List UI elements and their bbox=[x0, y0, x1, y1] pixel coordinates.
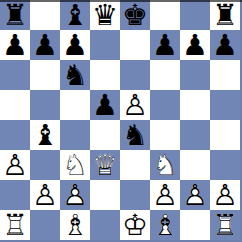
piece-black-pawn[interactable]: ♟ bbox=[60, 30, 90, 60]
square-d8[interactable]: ♛ bbox=[90, 0, 120, 30]
square-d3[interactable]: ♛♕ bbox=[90, 150, 120, 180]
piece-black-knight[interactable]: ♞ bbox=[120, 120, 150, 150]
piece-black-queen[interactable]: ♛ bbox=[90, 0, 120, 30]
square-c5[interactable] bbox=[60, 90, 90, 120]
square-f1[interactable]: ♝♗ bbox=[150, 210, 180, 240]
square-e5[interactable]: ♟♙ bbox=[120, 90, 150, 120]
square-e3[interactable] bbox=[120, 150, 150, 180]
piece-black-pawn[interactable]: ♟ bbox=[180, 30, 210, 60]
piece-black-rook[interactable]: ♜ bbox=[0, 0, 30, 30]
square-b3[interactable] bbox=[30, 150, 60, 180]
square-e2[interactable] bbox=[120, 180, 150, 210]
square-g6[interactable] bbox=[180, 60, 210, 90]
piece-white-pawn[interactable]: ♙ bbox=[180, 180, 210, 210]
square-a8[interactable]: ♜ bbox=[0, 0, 30, 30]
piece-black-pawn[interactable]: ♟ bbox=[0, 30, 30, 60]
square-h3[interactable] bbox=[210, 150, 240, 180]
piece-white-knight[interactable]: ♘ bbox=[150, 150, 180, 180]
square-b5[interactable] bbox=[30, 90, 60, 120]
piece-white-knight[interactable]: ♘ bbox=[60, 150, 90, 180]
square-b8[interactable] bbox=[30, 0, 60, 30]
square-h7[interactable]: ♟ bbox=[210, 30, 240, 60]
square-d4[interactable] bbox=[90, 120, 120, 150]
square-e7[interactable] bbox=[120, 30, 150, 60]
square-d6[interactable] bbox=[90, 60, 120, 90]
square-h4[interactable] bbox=[210, 120, 240, 150]
square-a3[interactable]: ♟♙ bbox=[0, 150, 30, 180]
square-g1[interactable] bbox=[180, 210, 210, 240]
piece-white-bishop[interactable]: ♗ bbox=[60, 210, 90, 240]
square-g2[interactable]: ♟♙ bbox=[180, 180, 210, 210]
square-e6[interactable] bbox=[120, 60, 150, 90]
piece-white-bishop[interactable]: ♗ bbox=[150, 210, 180, 240]
square-h1[interactable]: ♜♖ bbox=[210, 210, 240, 240]
square-h5[interactable] bbox=[210, 90, 240, 120]
square-e8[interactable]: ♚ bbox=[120, 0, 150, 30]
square-c7[interactable]: ♟ bbox=[60, 30, 90, 60]
square-d1[interactable] bbox=[90, 210, 120, 240]
square-f8[interactable] bbox=[150, 0, 180, 30]
piece-white-pawn[interactable]: ♙ bbox=[0, 150, 30, 180]
square-e4[interactable]: ♞ bbox=[120, 120, 150, 150]
square-a5[interactable] bbox=[0, 90, 30, 120]
square-f5[interactable] bbox=[150, 90, 180, 120]
piece-black-bishop[interactable]: ♝ bbox=[60, 0, 90, 30]
square-h6[interactable] bbox=[210, 60, 240, 90]
square-b1[interactable] bbox=[30, 210, 60, 240]
square-g5[interactable] bbox=[180, 90, 210, 120]
piece-black-knight[interactable]: ♞ bbox=[60, 60, 90, 90]
square-g3[interactable] bbox=[180, 150, 210, 180]
square-b7[interactable]: ♟ bbox=[30, 30, 60, 60]
piece-white-rook[interactable]: ♖ bbox=[0, 210, 30, 240]
piece-white-rook[interactable]: ♖ bbox=[210, 210, 240, 240]
square-f2[interactable]: ♟♙ bbox=[150, 180, 180, 210]
piece-black-pawn[interactable]: ♟ bbox=[210, 30, 240, 60]
square-a7[interactable]: ♟ bbox=[0, 30, 30, 60]
piece-white-pawn[interactable]: ♙ bbox=[30, 180, 60, 210]
square-f7[interactable]: ♟ bbox=[150, 30, 180, 60]
square-h2[interactable]: ♟♙ bbox=[210, 180, 240, 210]
square-d2[interactable] bbox=[90, 180, 120, 210]
square-c1[interactable]: ♝♗ bbox=[60, 210, 90, 240]
square-c8[interactable]: ♝ bbox=[60, 0, 90, 30]
square-a1[interactable]: ♜♖ bbox=[0, 210, 30, 240]
square-f4[interactable] bbox=[150, 120, 180, 150]
piece-white-pawn[interactable]: ♙ bbox=[210, 180, 240, 210]
square-a6[interactable] bbox=[0, 60, 30, 90]
piece-white-pawn[interactable]: ♙ bbox=[120, 90, 150, 120]
square-b6[interactable] bbox=[30, 60, 60, 90]
square-e1[interactable]: ♚♔ bbox=[120, 210, 150, 240]
square-f3[interactable]: ♞♘ bbox=[150, 150, 180, 180]
board-grid: ♜♝♛♚♜♟♟♟♟♟♟♞♟♟♙♝♞♟♙♞♘♛♕♞♘♟♙♟♙♟♙♟♙♟♙♜♖♝♗♚… bbox=[0, 0, 240, 240]
square-c6[interactable]: ♞ bbox=[60, 60, 90, 90]
board-top-border bbox=[0, 0, 242, 2]
square-d5[interactable]: ♟ bbox=[90, 90, 120, 120]
square-b2[interactable]: ♟♙ bbox=[30, 180, 60, 210]
piece-white-queen[interactable]: ♕ bbox=[90, 150, 120, 180]
square-g8[interactable] bbox=[180, 0, 210, 30]
piece-black-pawn[interactable]: ♟ bbox=[150, 30, 180, 60]
square-f6[interactable] bbox=[150, 60, 180, 90]
piece-white-king[interactable]: ♔ bbox=[120, 210, 150, 240]
square-a4[interactable] bbox=[0, 120, 30, 150]
square-c2[interactable]: ♟♙ bbox=[60, 180, 90, 210]
piece-white-pawn[interactable]: ♙ bbox=[60, 180, 90, 210]
square-g7[interactable]: ♟ bbox=[180, 30, 210, 60]
piece-black-king[interactable]: ♚ bbox=[120, 0, 150, 30]
piece-black-pawn[interactable]: ♟ bbox=[90, 90, 120, 120]
square-h8[interactable]: ♜ bbox=[210, 0, 240, 30]
square-c4[interactable] bbox=[60, 120, 90, 150]
square-d7[interactable] bbox=[90, 30, 120, 60]
square-g4[interactable] bbox=[180, 120, 210, 150]
board-margin-right bbox=[240, 0, 242, 242]
piece-black-pawn[interactable]: ♟ bbox=[30, 30, 60, 60]
piece-white-pawn[interactable]: ♙ bbox=[150, 180, 180, 210]
piece-black-rook[interactable]: ♜ bbox=[210, 0, 240, 30]
square-c3[interactable]: ♞♘ bbox=[60, 150, 90, 180]
square-a2[interactable] bbox=[0, 180, 30, 210]
piece-black-bishop[interactable]: ♝ bbox=[30, 120, 60, 150]
square-b4[interactable]: ♝ bbox=[30, 120, 60, 150]
chess-board: ♜♝♛♚♜♟♟♟♟♟♟♞♟♟♙♝♞♟♙♞♘♛♕♞♘♟♙♟♙♟♙♟♙♟♙♜♖♝♗♚… bbox=[0, 0, 242, 242]
